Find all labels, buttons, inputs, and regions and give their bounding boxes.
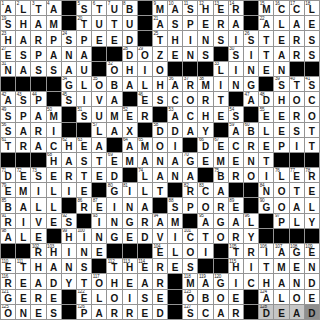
grid-cell[interactable]: E xyxy=(168,259,182,273)
grid-cell[interactable]: 17C xyxy=(290,1,304,15)
grid-cell[interactable]: A xyxy=(31,16,45,30)
grid-cell[interactable]: 14R xyxy=(229,1,243,15)
grid-cell[interactable]: 81I xyxy=(123,183,137,197)
grid-cell[interactable]: E xyxy=(229,290,243,304)
grid-cell[interactable]: 26S xyxy=(244,31,258,45)
grid-cell[interactable]: O xyxy=(290,290,304,304)
grid-cell[interactable]: 37R xyxy=(183,77,197,91)
grid-cell[interactable]: A xyxy=(214,305,228,319)
grid-cell[interactable]: 21A xyxy=(153,16,167,30)
grid-cell[interactable]: C xyxy=(305,92,319,106)
grid-cell[interactable]: L xyxy=(47,183,61,197)
grid-cell[interactable]: Z xyxy=(153,47,167,61)
grid-cell[interactable]: N xyxy=(62,259,76,273)
grid-cell[interactable]: V xyxy=(92,92,106,106)
grid-cell[interactable]: 30S xyxy=(229,47,243,61)
grid-cell[interactable]: E xyxy=(47,214,61,228)
grid-cell[interactable]: 99H xyxy=(62,229,76,243)
grid-cell[interactable]: 5S xyxy=(77,1,91,15)
grid-cell[interactable]: T xyxy=(107,16,121,30)
grid-cell[interactable]: R xyxy=(153,259,167,273)
grid-cell[interactable]: Y xyxy=(198,123,212,137)
grid-cell[interactable]: H xyxy=(153,77,167,91)
grid-cell[interactable]: 42A xyxy=(1,92,15,106)
grid-cell[interactable]: 50M xyxy=(47,107,61,121)
grid-cell[interactable]: U xyxy=(92,16,106,30)
grid-cell[interactable]: E xyxy=(198,16,212,30)
grid-cell[interactable]: T xyxy=(214,92,228,106)
grid-cell[interactable]: I xyxy=(16,214,30,228)
grid-cell[interactable]: 61T xyxy=(1,138,15,152)
grid-cell[interactable]: A xyxy=(290,16,304,30)
grid-cell[interactable]: 123O xyxy=(183,290,197,304)
grid-cell[interactable]: 16C xyxy=(274,1,288,15)
grid-cell[interactable]: H xyxy=(107,274,121,288)
grid-cell[interactable]: E xyxy=(198,153,212,167)
grid-cell[interactable]: D xyxy=(47,274,61,288)
grid-cell[interactable]: R xyxy=(229,229,243,243)
grid-cell[interactable]: A xyxy=(183,168,197,182)
grid-cell[interactable]: 4A xyxy=(47,1,61,15)
grid-cell[interactable]: R xyxy=(16,138,30,152)
grid-cell[interactable]: M xyxy=(123,153,137,167)
grid-cell[interactable]: E xyxy=(47,290,61,304)
grid-cell[interactable]: S xyxy=(47,305,61,319)
grid-cell[interactable]: 71D xyxy=(1,168,15,182)
grid-cell[interactable]: T xyxy=(92,153,106,167)
grid-cell[interactable]: 65M xyxy=(138,138,152,152)
grid-cell[interactable]: Y xyxy=(62,274,76,288)
grid-cell[interactable]: E xyxy=(259,62,273,76)
grid-cell[interactable]: I xyxy=(168,138,182,152)
grid-cell[interactable]: E xyxy=(16,274,30,288)
grid-cell[interactable]: H xyxy=(31,259,45,273)
grid-cell[interactable]: 72E xyxy=(16,168,30,182)
grid-cell[interactable]: 11S xyxy=(183,1,197,15)
grid-cell[interactable]: O xyxy=(274,183,288,197)
grid-cell[interactable]: 29O xyxy=(138,47,152,61)
grid-cell[interactable]: T xyxy=(77,274,91,288)
grid-cell[interactable]: S xyxy=(198,47,212,61)
grid-cell[interactable]: A xyxy=(138,153,152,167)
grid-cell[interactable]: 87E xyxy=(92,198,106,212)
grid-cell[interactable]: E xyxy=(31,229,45,243)
grid-cell[interactable]: T xyxy=(198,229,212,243)
grid-cell[interactable]: L xyxy=(31,198,45,212)
grid-cell[interactable]: D xyxy=(138,229,152,243)
grid-cell[interactable]: 19S xyxy=(1,16,15,30)
grid-cell[interactable]: 36A xyxy=(168,77,182,91)
grid-cell[interactable]: 86R xyxy=(77,198,91,212)
grid-cell[interactable]: 109E xyxy=(305,244,319,258)
grid-cell[interactable]: E xyxy=(305,183,319,197)
grid-cell[interactable]: A xyxy=(123,77,137,91)
grid-cell[interactable]: N xyxy=(168,168,182,182)
grid-cell[interactable]: H xyxy=(123,62,137,76)
grid-cell[interactable]: E xyxy=(92,31,106,45)
grid-cell[interactable]: C xyxy=(168,92,182,106)
grid-cell[interactable]: S xyxy=(77,259,91,273)
grid-cell[interactable]: P xyxy=(77,31,91,45)
grid-cell[interactable]: 120G xyxy=(214,274,228,288)
grid-cell[interactable]: P xyxy=(47,31,61,45)
grid-cell[interactable]: 68H xyxy=(47,153,61,167)
grid-cell[interactable]: A xyxy=(138,198,152,212)
grid-cell[interactable]: L xyxy=(274,16,288,30)
grid-cell[interactable]: U xyxy=(92,107,106,121)
grid-cell[interactable]: 124A xyxy=(259,290,273,304)
grid-cell[interactable]: 73S xyxy=(31,168,45,182)
grid-cell[interactable]: L xyxy=(16,229,30,243)
grid-cell[interactable]: R xyxy=(290,107,304,121)
grid-cell[interactable]: C xyxy=(229,138,243,152)
grid-cell[interactable]: 67E xyxy=(214,138,228,152)
grid-cell[interactable]: 56S xyxy=(1,123,15,137)
grid-cell[interactable]: T xyxy=(77,168,91,182)
grid-cell[interactable]: 116R xyxy=(1,274,15,288)
grid-cell[interactable]: O xyxy=(153,138,167,152)
grid-cell[interactable]: T xyxy=(290,183,304,197)
grid-cell[interactable]: T xyxy=(305,123,319,137)
grid-cell[interactable]: R xyxy=(214,16,228,30)
grid-cell[interactable]: E xyxy=(92,168,106,182)
grid-cell[interactable]: E xyxy=(305,290,319,304)
grid-cell[interactable]: 76L xyxy=(274,168,288,182)
grid-cell[interactable]: N xyxy=(123,198,137,212)
grid-cell[interactable]: A xyxy=(229,16,243,30)
grid-cell[interactable]: A xyxy=(274,274,288,288)
grid-cell[interactable]: 70G xyxy=(183,153,197,167)
grid-cell[interactable]: 18L xyxy=(305,1,319,15)
grid-cell[interactable]: N xyxy=(92,229,106,243)
grid-cell[interactable]: R xyxy=(244,244,258,258)
grid-cell[interactable]: 40T xyxy=(290,77,304,91)
grid-cell[interactable]: Y xyxy=(244,229,258,243)
grid-cell[interactable]: 101C xyxy=(183,229,197,243)
grid-cell[interactable]: E xyxy=(168,47,182,61)
grid-cell[interactable]: E xyxy=(77,183,91,197)
grid-cell[interactable]: 62H xyxy=(62,138,76,152)
grid-cell[interactable]: 80G xyxy=(107,183,121,197)
grid-cell[interactable]: 6T xyxy=(92,1,106,15)
grid-cell[interactable]: M xyxy=(16,183,30,197)
grid-cell[interactable]: L xyxy=(47,198,61,212)
grid-cell[interactable]: G xyxy=(214,214,228,228)
grid-cell[interactable]: I xyxy=(244,47,258,61)
grid-cell[interactable]: 114E xyxy=(138,259,152,273)
grid-cell[interactable]: 125O xyxy=(1,305,15,319)
grid-cell[interactable]: N xyxy=(62,47,76,61)
grid-cell[interactable]: A xyxy=(31,138,45,152)
grid-cell[interactable]: V xyxy=(153,229,167,243)
grid-cell[interactable]: B xyxy=(198,290,212,304)
grid-cell[interactable]: U xyxy=(123,16,137,30)
grid-cell[interactable]: 102R xyxy=(31,244,45,258)
grid-cell[interactable]: 66D xyxy=(198,138,212,152)
grid-cell[interactable]: P xyxy=(183,16,197,30)
grid-cell[interactable]: N xyxy=(274,62,288,76)
grid-cell[interactable]: I xyxy=(62,244,76,258)
grid-cell[interactable]: 58D xyxy=(153,123,167,137)
grid-cell[interactable]: 20T xyxy=(77,16,91,30)
grid-cell[interactable]: A xyxy=(107,92,121,106)
grid-cell[interactable]: M xyxy=(47,16,61,30)
grid-cell[interactable]: 57L xyxy=(92,123,106,137)
grid-cell[interactable]: C xyxy=(183,107,197,121)
grid-cell[interactable]: N xyxy=(244,62,258,76)
grid-cell[interactable]: H xyxy=(16,16,30,30)
grid-cell[interactable]: 47A xyxy=(244,92,258,106)
grid-cell[interactable]: 44P xyxy=(31,92,45,106)
grid-cell[interactable]: D xyxy=(107,168,121,182)
grid-cell[interactable]: 122E xyxy=(77,290,91,304)
grid-cell[interactable]: O xyxy=(183,244,197,258)
grid-cell[interactable]: 69E xyxy=(107,153,121,167)
grid-cell[interactable]: 111T xyxy=(16,259,30,273)
grid-cell[interactable]: 88S xyxy=(168,198,182,212)
grid-cell[interactable]: 45S xyxy=(62,92,76,106)
grid-cell[interactable]: A xyxy=(16,31,30,45)
grid-cell[interactable]: C xyxy=(244,274,258,288)
grid-cell[interactable]: P xyxy=(183,198,197,212)
grid-cell[interactable]: H xyxy=(274,92,288,106)
grid-cell[interactable]: R xyxy=(31,290,45,304)
grid-cell[interactable]: S xyxy=(305,47,319,61)
grid-cell[interactable]: O xyxy=(153,62,167,76)
grid-cell[interactable]: 74L xyxy=(138,168,152,182)
grid-cell[interactable]: 91R xyxy=(1,214,15,228)
grid-cell[interactable]: S xyxy=(183,259,197,273)
grid-cell[interactable]: 103H xyxy=(47,244,61,258)
grid-cell[interactable]: 64A xyxy=(123,138,137,152)
grid-cell[interactable]: I xyxy=(259,168,273,182)
grid-cell[interactable]: 33L xyxy=(214,62,228,76)
grid-cell[interactable]: 75B xyxy=(214,168,228,182)
grid-cell[interactable]: 24S xyxy=(62,31,76,45)
grid-cell[interactable]: 89E xyxy=(229,198,243,212)
grid-cell[interactable]: 105T xyxy=(229,244,243,258)
grid-cell[interactable]: I xyxy=(198,244,212,258)
grid-cell[interactable]: E xyxy=(16,290,30,304)
grid-cell[interactable]: A xyxy=(16,62,30,76)
grid-cell[interactable]: 43S xyxy=(16,92,30,106)
grid-cell[interactable]: E xyxy=(123,274,137,288)
grid-cell[interactable]: 51S xyxy=(77,107,91,121)
grid-cell[interactable]: I xyxy=(138,62,152,76)
grid-cell[interactable]: I xyxy=(62,183,76,197)
grid-cell[interactable]: A xyxy=(138,274,152,288)
grid-cell[interactable]: E xyxy=(153,290,167,304)
grid-cell[interactable]: O xyxy=(107,290,121,304)
grid-cell[interactable]: I xyxy=(229,31,243,45)
grid-cell[interactable]: A xyxy=(31,274,45,288)
grid-cell[interactable]: L xyxy=(77,77,91,91)
grid-cell[interactable]: O xyxy=(290,92,304,106)
grid-cell[interactable]: 100I xyxy=(77,229,91,243)
grid-cell[interactable]: P xyxy=(274,138,288,152)
grid-cell[interactable]: E xyxy=(229,153,243,167)
grid-cell[interactable]: 46E xyxy=(138,92,152,106)
grid-cell[interactable]: 78R xyxy=(305,168,319,182)
grid-cell[interactable]: 25T xyxy=(153,31,167,45)
grid-cell[interactable]: B xyxy=(107,77,121,91)
grid-cell[interactable]: 77E xyxy=(290,168,304,182)
grid-cell[interactable]: 22A xyxy=(259,16,273,30)
grid-cell[interactable]: A xyxy=(47,259,61,273)
grid-cell[interactable]: A xyxy=(31,107,45,121)
grid-cell[interactable]: G xyxy=(244,77,258,91)
grid-cell[interactable]: I xyxy=(123,290,137,304)
grid-cell[interactable]: A xyxy=(229,214,243,228)
grid-cell[interactable]: A xyxy=(16,123,30,137)
grid-cell[interactable]: E xyxy=(274,31,288,45)
grid-cell[interactable]: N xyxy=(16,305,30,319)
grid-cell[interactable]: T xyxy=(259,47,273,61)
grid-cell[interactable]: T xyxy=(259,31,273,45)
grid-cell[interactable]: O xyxy=(274,198,288,212)
grid-cell[interactable]: R xyxy=(31,123,45,137)
grid-cell[interactable]: I xyxy=(214,77,228,91)
grid-cell[interactable]: R xyxy=(123,305,137,319)
grid-cell[interactable]: 9M xyxy=(153,1,167,15)
grid-cell[interactable]: Y xyxy=(305,214,319,228)
grid-cell[interactable]: 117O xyxy=(92,274,106,288)
grid-cell[interactable]: I xyxy=(31,183,45,197)
grid-cell[interactable]: 83C xyxy=(198,183,212,197)
grid-cell[interactable]: I xyxy=(183,31,197,45)
grid-cell[interactable]: 54S xyxy=(229,107,243,121)
grid-cell[interactable]: 98A xyxy=(1,229,15,243)
grid-cell[interactable]: I xyxy=(229,62,243,76)
grid-cell[interactable]: M xyxy=(168,214,182,228)
grid-cell[interactable]: E xyxy=(31,305,45,319)
grid-cell[interactable]: 97P xyxy=(274,214,288,228)
grid-cell[interactable]: L xyxy=(290,214,304,228)
grid-cell[interactable]: 96L xyxy=(244,214,258,228)
grid-cell[interactable]: A xyxy=(62,62,76,76)
grid-cell[interactable]: O xyxy=(214,229,228,243)
grid-cell[interactable]: N xyxy=(305,259,319,273)
grid-cell[interactable]: S xyxy=(153,92,167,106)
grid-cell[interactable]: 12H xyxy=(198,1,212,15)
grid-cell[interactable]: 90G xyxy=(259,198,273,212)
grid-cell[interactable]: R xyxy=(31,31,45,45)
grid-cell[interactable]: S xyxy=(138,290,152,304)
grid-cell[interactable]: D xyxy=(168,123,182,137)
grid-cell[interactable]: S xyxy=(47,62,61,76)
grid-cell[interactable]: 55E xyxy=(259,107,273,121)
grid-cell[interactable]: E xyxy=(274,107,288,121)
grid-cell[interactable]: R xyxy=(244,138,258,152)
grid-cell[interactable]: T xyxy=(259,153,273,167)
grid-cell[interactable]: M xyxy=(214,153,228,167)
grid-cell[interactable]: A xyxy=(16,198,30,212)
grid-cell[interactable]: 104E xyxy=(153,244,167,258)
grid-cell[interactable]: 34G xyxy=(62,77,76,91)
grid-cell[interactable]: 126P xyxy=(77,305,91,319)
grid-cell[interactable]: N xyxy=(77,244,91,258)
grid-cell[interactable]: 7U xyxy=(107,1,121,15)
grid-cell[interactable]: A xyxy=(290,198,304,212)
grid-cell[interactable]: L xyxy=(138,77,152,91)
grid-cell[interactable]: A xyxy=(92,138,106,152)
grid-cell[interactable]: S xyxy=(16,47,30,61)
grid-cell[interactable]: 15M xyxy=(259,1,273,15)
grid-cell[interactable]: 23H xyxy=(1,31,15,45)
grid-cell[interactable]: S xyxy=(77,153,91,167)
grid-cell[interactable]: E xyxy=(123,229,137,243)
grid-cell[interactable]: A xyxy=(62,153,76,167)
grid-cell[interactable]: 60B xyxy=(244,123,258,137)
grid-cell[interactable]: 10A xyxy=(168,1,182,15)
grid-cell[interactable]: I xyxy=(290,138,304,152)
grid-cell[interactable]: V xyxy=(31,214,45,228)
grid-cell[interactable]: 31N xyxy=(1,62,15,76)
grid-cell[interactable]: 119A xyxy=(198,274,212,288)
grid-cell[interactable]: A xyxy=(153,168,167,182)
grid-cell[interactable]: S xyxy=(290,123,304,137)
grid-cell[interactable]: G xyxy=(123,214,137,228)
grid-cell[interactable]: 82R xyxy=(183,183,197,197)
grid-cell[interactable]: N xyxy=(107,214,121,228)
grid-cell[interactable]: E xyxy=(107,31,121,45)
grid-cell[interactable]: 41S xyxy=(305,77,319,91)
grid-cell[interactable]: 39S xyxy=(274,77,288,91)
grid-cell[interactable]: 53A xyxy=(168,107,182,121)
grid-cell[interactable]: E xyxy=(138,305,152,319)
grid-cell[interactable]: L xyxy=(259,123,273,137)
grid-cell[interactable]: 28D xyxy=(123,47,137,61)
grid-cell[interactable]: 93I xyxy=(92,214,106,228)
grid-cell[interactable]: N xyxy=(244,153,258,167)
grid-cell[interactable]: A xyxy=(290,305,304,319)
grid-cell[interactable]: A xyxy=(92,305,106,319)
grid-cell[interactable]: L xyxy=(305,198,319,212)
grid-cell[interactable]: 127S xyxy=(183,305,197,319)
grid-cell[interactable]: I xyxy=(47,123,61,137)
grid-cell[interactable]: A xyxy=(47,47,61,61)
grid-cell[interactable]: 128D xyxy=(259,305,273,319)
grid-cell[interactable]: 121G xyxy=(1,290,15,304)
grid-cell[interactable]: O xyxy=(244,168,258,182)
grid-cell[interactable]: E xyxy=(259,138,273,152)
grid-cell[interactable]: O xyxy=(214,290,228,304)
grid-cell[interactable]: A xyxy=(183,123,197,137)
grid-cell[interactable]: N xyxy=(198,31,212,45)
grid-cell[interactable]: 8B xyxy=(123,1,137,15)
grid-cell[interactable]: 95A xyxy=(198,214,212,228)
grid-cell[interactable]: L xyxy=(274,290,288,304)
grid-cell[interactable]: N xyxy=(183,47,197,61)
grid-cell[interactable]: P xyxy=(31,47,45,61)
grid-cell[interactable]: A xyxy=(77,47,91,61)
grid-cell[interactable]: 108G xyxy=(290,244,304,258)
grid-cell[interactable]: 118M xyxy=(183,274,197,288)
grid-cell[interactable]: R xyxy=(229,305,243,319)
grid-cell[interactable]: R xyxy=(198,92,212,106)
grid-cell[interactable]: 35O xyxy=(92,77,106,91)
grid-cell[interactable]: 48D xyxy=(259,92,273,106)
grid-cell[interactable]: E xyxy=(274,305,288,319)
grid-cell[interactable]: D xyxy=(305,305,319,319)
grid-cell[interactable]: S xyxy=(31,62,45,76)
grid-cell[interactable]: T xyxy=(305,138,319,152)
grid-cell[interactable]: A xyxy=(168,153,182,167)
grid-cell[interactable]: P xyxy=(16,107,30,121)
grid-cell[interactable]: 115H xyxy=(229,259,243,273)
grid-cell[interactable]: 49S xyxy=(1,107,15,121)
grid-cell[interactable]: 84N xyxy=(259,183,273,197)
